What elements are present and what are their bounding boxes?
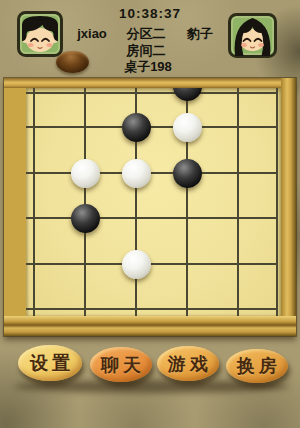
chat-button[interactable]: 聊天 bbox=[90, 347, 152, 382]
grid-line-horizontal bbox=[26, 172, 277, 174]
grid-line-horizontal bbox=[26, 217, 277, 219]
left-player-name: jxiao bbox=[64, 26, 120, 41]
girl-avatar-icon bbox=[228, 13, 277, 58]
black-stone bbox=[173, 88, 202, 101]
game-button[interactable]: 游戏 bbox=[157, 346, 219, 381]
frame-bottom-bar bbox=[4, 316, 296, 336]
frame-left-bar bbox=[4, 78, 26, 336]
player-right-avatar[interactable] bbox=[228, 13, 277, 58]
settings-button[interactable]: 设置 bbox=[18, 345, 82, 381]
white-stone bbox=[173, 113, 202, 142]
grid-line-vertical bbox=[276, 88, 278, 316]
white-stone bbox=[122, 250, 151, 279]
change-room-button[interactable]: 换房 bbox=[226, 349, 288, 383]
grid-line-vertical bbox=[237, 88, 239, 316]
grid-line-horizontal bbox=[26, 308, 277, 310]
white-stone bbox=[122, 159, 151, 188]
grid-line-vertical bbox=[33, 88, 35, 316]
right-player-name: 豹子 bbox=[172, 25, 228, 43]
black-stone bbox=[173, 159, 202, 188]
boy-avatar-icon bbox=[17, 11, 63, 57]
grid-line-horizontal bbox=[26, 263, 277, 265]
table-label: 桌子198 bbox=[116, 58, 180, 76]
grid-line-horizontal bbox=[26, 126, 277, 128]
grid-line-horizontal bbox=[26, 92, 277, 94]
zone-label: 分区二 bbox=[118, 25, 174, 43]
frame-right-bar bbox=[281, 78, 296, 336]
go-stone-bowl-icon bbox=[56, 51, 89, 73]
player-left-avatar[interactable] bbox=[17, 11, 63, 57]
board-frame bbox=[4, 78, 296, 336]
game-screen: 10:38:37 bbox=[0, 0, 300, 428]
white-stone bbox=[71, 159, 100, 188]
black-stone bbox=[122, 113, 151, 142]
frame-top-bar bbox=[4, 78, 296, 88]
grid-line-vertical bbox=[84, 88, 86, 316]
board[interactable] bbox=[26, 88, 281, 316]
black-stone bbox=[71, 204, 100, 233]
